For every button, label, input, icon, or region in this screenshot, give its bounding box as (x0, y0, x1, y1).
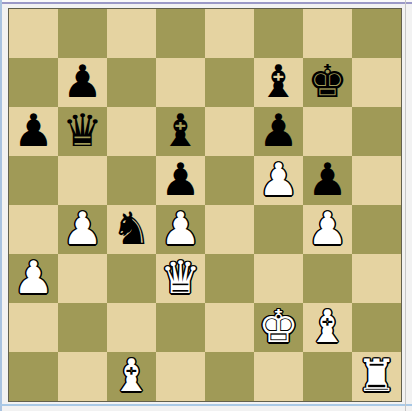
square-h6[interactable] (352, 107, 401, 156)
square-h2[interactable] (352, 303, 401, 352)
square-c1[interactable]: ♝ (107, 352, 156, 401)
square-b8[interactable] (58, 9, 107, 58)
square-e4[interactable] (205, 205, 254, 254)
square-d6[interactable]: ♝ (156, 107, 205, 156)
square-h7[interactable] (352, 58, 401, 107)
square-c4[interactable]: ♞ (107, 205, 156, 254)
square-g7[interactable]: ♚ (303, 58, 352, 107)
square-d5[interactable]: ♟ (156, 156, 205, 205)
square-a6[interactable]: ♟ (9, 107, 58, 156)
piece-white-pawn[interactable]: ♟ (160, 206, 200, 251)
square-e6[interactable] (205, 107, 254, 156)
piece-black-bishop[interactable]: ♝ (258, 59, 298, 104)
square-e8[interactable] (205, 9, 254, 58)
piece-white-queen[interactable]: ♛ (160, 255, 200, 300)
square-d1[interactable] (156, 352, 205, 401)
piece-black-pawn[interactable]: ♟ (307, 157, 347, 202)
piece-white-bishop[interactable]: ♝ (111, 353, 151, 398)
square-f7[interactable]: ♝ (254, 58, 303, 107)
square-g6[interactable] (303, 107, 352, 156)
square-b3[interactable] (58, 254, 107, 303)
window-top-border (0, 2, 412, 4)
square-d7[interactable] (156, 58, 205, 107)
square-h1[interactable]: ♜ (352, 352, 401, 401)
chess-board: ♟♝♚♟♛♝♟♟♟♟♟♞♟♟♟♛♚♝♝♜ (8, 8, 402, 402)
square-c7[interactable] (107, 58, 156, 107)
piece-black-pawn[interactable]: ♟ (258, 108, 298, 153)
piece-black-bishop[interactable]: ♝ (160, 108, 200, 153)
piece-black-king[interactable]: ♚ (307, 59, 347, 104)
piece-black-pawn[interactable]: ♟ (13, 108, 53, 153)
square-c6[interactable] (107, 107, 156, 156)
piece-black-pawn[interactable]: ♟ (160, 157, 200, 202)
square-b2[interactable] (58, 303, 107, 352)
square-f4[interactable] (254, 205, 303, 254)
piece-white-pawn[interactable]: ♟ (62, 206, 102, 251)
square-f8[interactable] (254, 9, 303, 58)
square-g5[interactable]: ♟ (303, 156, 352, 205)
square-f5[interactable]: ♟ (254, 156, 303, 205)
square-h4[interactable] (352, 205, 401, 254)
square-a8[interactable] (9, 9, 58, 58)
square-f3[interactable] (254, 254, 303, 303)
square-b4[interactable]: ♟ (58, 205, 107, 254)
square-a2[interactable] (9, 303, 58, 352)
piece-white-rook[interactable]: ♜ (356, 353, 396, 398)
square-b6[interactable]: ♛ (58, 107, 107, 156)
square-g2[interactable]: ♝ (303, 303, 352, 352)
square-f2[interactable]: ♚ (254, 303, 303, 352)
square-a7[interactable] (9, 58, 58, 107)
square-f6[interactable]: ♟ (254, 107, 303, 156)
square-c3[interactable] (107, 254, 156, 303)
square-g4[interactable]: ♟ (303, 205, 352, 254)
square-a4[interactable] (9, 205, 58, 254)
square-d4[interactable]: ♟ (156, 205, 205, 254)
piece-white-pawn[interactable]: ♟ (13, 255, 53, 300)
piece-black-pawn[interactable]: ♟ (62, 59, 102, 104)
square-a1[interactable] (9, 352, 58, 401)
square-b1[interactable] (58, 352, 107, 401)
window-left-border (0, 0, 2, 411)
piece-black-knight[interactable]: ♞ (111, 206, 151, 251)
square-g3[interactable] (303, 254, 352, 303)
square-g8[interactable] (303, 9, 352, 58)
square-c2[interactable] (107, 303, 156, 352)
piece-white-king[interactable]: ♚ (258, 304, 298, 349)
square-f1[interactable] (254, 352, 303, 401)
square-g1[interactable] (303, 352, 352, 401)
square-e1[interactable] (205, 352, 254, 401)
square-h3[interactable] (352, 254, 401, 303)
square-b5[interactable] (58, 156, 107, 205)
square-e5[interactable] (205, 156, 254, 205)
square-c5[interactable] (107, 156, 156, 205)
square-a5[interactable] (9, 156, 58, 205)
square-d2[interactable] (156, 303, 205, 352)
window-bottom-border (0, 404, 412, 406)
square-e3[interactable] (205, 254, 254, 303)
piece-white-bishop[interactable]: ♝ (307, 304, 347, 349)
square-e7[interactable] (205, 58, 254, 107)
square-h5[interactable] (352, 156, 401, 205)
piece-black-queen[interactable]: ♛ (62, 108, 102, 153)
chess-app-window: ♟♝♚♟♛♝♟♟♟♟♟♞♟♟♟♛♚♝♝♜ (0, 0, 412, 411)
square-d3[interactable]: ♛ (156, 254, 205, 303)
window-right-border (405, 0, 406, 411)
square-a3[interactable]: ♟ (9, 254, 58, 303)
square-b7[interactable]: ♟ (58, 58, 107, 107)
square-e2[interactable] (205, 303, 254, 352)
square-d8[interactable] (156, 9, 205, 58)
square-h8[interactable] (352, 9, 401, 58)
square-c8[interactable] (107, 9, 156, 58)
piece-white-pawn[interactable]: ♟ (307, 206, 347, 251)
piece-white-pawn[interactable]: ♟ (258, 157, 298, 202)
